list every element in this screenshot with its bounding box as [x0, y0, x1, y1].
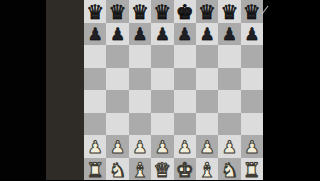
square-a8[interactable]: ♛	[84, 0, 106, 23]
piece-black-pawn[interactable]: ♟	[155, 26, 170, 43]
piece-white-rook[interactable]: ♜	[243, 160, 261, 180]
right-black-margin	[263, 0, 320, 180]
square-g7[interactable]: ♟	[218, 23, 240, 46]
piece-black-queen[interactable]: ♛	[86, 2, 104, 22]
square-a7[interactable]: ♟	[84, 23, 106, 46]
square-a3[interactable]	[84, 113, 106, 136]
square-f3[interactable]	[196, 113, 218, 136]
square-a5[interactable]	[84, 68, 106, 91]
square-f1[interactable]: ♝	[196, 158, 218, 181]
piece-black-queen[interactable]: ♛	[109, 2, 127, 22]
square-h7[interactable]: ♟	[241, 23, 263, 46]
square-g5[interactable]	[218, 68, 240, 91]
piece-black-pawn[interactable]: ♟	[222, 26, 237, 43]
square-b4[interactable]	[106, 90, 128, 113]
square-f6[interactable]	[196, 45, 218, 68]
left-gray-panel	[46, 0, 84, 180]
piece-white-rook[interactable]: ♜	[86, 160, 104, 180]
piece-black-queen[interactable]: ♛	[243, 2, 261, 22]
piece-white-pawn[interactable]: ♟	[177, 139, 192, 156]
square-g6[interactable]	[218, 45, 240, 68]
piece-black-queen[interactable]: ♛	[198, 2, 216, 22]
square-d8[interactable]: ♛	[151, 0, 173, 23]
square-c7[interactable]: ♟	[129, 23, 151, 46]
square-c4[interactable]	[129, 90, 151, 113]
square-f5[interactable]	[196, 68, 218, 91]
square-d7[interactable]: ♟	[151, 23, 173, 46]
square-g2[interactable]: ♟	[218, 135, 240, 158]
square-h2[interactable]: ♟	[241, 135, 263, 158]
square-h5[interactable]	[241, 68, 263, 91]
piece-black-queen[interactable]: ♛	[220, 2, 238, 22]
piece-white-pawn[interactable]: ♟	[155, 139, 170, 156]
square-f8[interactable]: ♛	[196, 0, 218, 23]
left-black-margin	[0, 0, 46, 180]
square-b6[interactable]	[106, 45, 128, 68]
square-c3[interactable]	[129, 113, 151, 136]
piece-black-pawn[interactable]: ♟	[244, 26, 259, 43]
piece-black-pawn[interactable]: ♟	[132, 26, 147, 43]
piece-black-queen[interactable]: ♛	[153, 2, 171, 22]
square-a1[interactable]: ♜	[84, 158, 106, 181]
square-e7[interactable]: ♟	[174, 23, 196, 46]
piece-black-pawn[interactable]: ♟	[110, 26, 125, 43]
square-e5[interactable]	[174, 68, 196, 91]
piece-black-pawn[interactable]: ♟	[199, 26, 214, 43]
piece-black-queen[interactable]: ♛	[131, 2, 149, 22]
piece-white-pawn[interactable]: ♟	[199, 139, 214, 156]
piece-white-knight[interactable]: ♞	[220, 160, 238, 180]
square-d3[interactable]	[151, 113, 173, 136]
piece-white-pawn[interactable]: ♟	[110, 139, 125, 156]
square-g3[interactable]	[218, 113, 240, 136]
chess-board[interactable]: ♛♛♛♛♚♛♛♛♟♟♟♟♟♟♟♟♟♟♟♟♟♟♟♟♜♞♝♛♚♝♞♜	[84, 0, 263, 180]
square-c5[interactable]	[129, 68, 151, 91]
piece-black-pawn[interactable]: ♟	[177, 26, 192, 43]
piece-white-bishop[interactable]: ♝	[131, 160, 149, 180]
square-f7[interactable]: ♟	[196, 23, 218, 46]
square-c6[interactable]	[129, 45, 151, 68]
square-c2[interactable]: ♟	[129, 135, 151, 158]
square-b5[interactable]	[106, 68, 128, 91]
square-a4[interactable]	[84, 90, 106, 113]
square-b3[interactable]	[106, 113, 128, 136]
piece-white-queen[interactable]: ♛	[153, 160, 171, 180]
square-e6[interactable]	[174, 45, 196, 68]
piece-white-bishop[interactable]: ♝	[198, 160, 216, 180]
square-g8[interactable]: ♛	[218, 0, 240, 23]
piece-white-pawn[interactable]: ♟	[88, 139, 103, 156]
square-h3[interactable]	[241, 113, 263, 136]
square-b7[interactable]: ♟	[106, 23, 128, 46]
square-h1[interactable]: ♜	[241, 158, 263, 181]
square-f2[interactable]: ♟	[196, 135, 218, 158]
piece-white-pawn[interactable]: ♟	[244, 139, 259, 156]
square-d5[interactable]	[151, 68, 173, 91]
piece-white-pawn[interactable]: ♟	[222, 139, 237, 156]
square-e2[interactable]: ♟	[174, 135, 196, 158]
square-a6[interactable]	[84, 45, 106, 68]
square-e3[interactable]	[174, 113, 196, 136]
square-g4[interactable]	[218, 90, 240, 113]
piece-black-pawn[interactable]: ♟	[88, 26, 103, 43]
square-e8[interactable]: ♚	[174, 0, 196, 23]
square-e4[interactable]	[174, 90, 196, 113]
square-d2[interactable]: ♟	[151, 135, 173, 158]
square-h4[interactable]	[241, 90, 263, 113]
square-d1[interactable]: ♛	[151, 158, 173, 181]
square-g1[interactable]: ♞	[218, 158, 240, 181]
square-b8[interactable]: ♛	[106, 0, 128, 23]
square-a2[interactable]: ♟	[84, 135, 106, 158]
piece-black-king[interactable]: ♚	[176, 2, 194, 22]
square-h6[interactable]	[241, 45, 263, 68]
square-d6[interactable]	[151, 45, 173, 68]
square-b1[interactable]: ♞	[106, 158, 128, 181]
square-c1[interactable]: ♝	[129, 158, 151, 181]
square-d4[interactable]	[151, 90, 173, 113]
piece-white-pawn[interactable]: ♟	[132, 139, 147, 156]
square-h8[interactable]: ♛	[241, 0, 263, 23]
piece-white-king[interactable]: ♚	[176, 160, 194, 180]
square-b2[interactable]: ♟	[106, 135, 128, 158]
square-f4[interactable]	[196, 90, 218, 113]
square-c8[interactable]: ♛	[129, 0, 151, 23]
piece-white-knight[interactable]: ♞	[109, 160, 127, 180]
square-e1[interactable]: ♚	[174, 158, 196, 181]
